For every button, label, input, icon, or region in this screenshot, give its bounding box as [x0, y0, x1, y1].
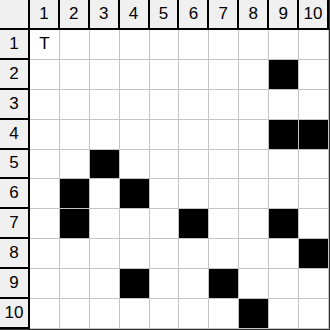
blocked-cell-r7c9[interactable] [269, 209, 299, 239]
blocked-cell-r5c3[interactable] [90, 150, 120, 180]
col-header-7: 7 [209, 0, 239, 30]
cell-r6c8[interactable] [239, 179, 269, 209]
cell-r2c2[interactable] [60, 60, 90, 90]
cell-r9c2[interactable] [60, 269, 90, 299]
cell-r5c10[interactable] [299, 150, 329, 180]
cell-r9c1[interactable] [30, 269, 60, 299]
cell-r10c5[interactable] [150, 299, 180, 329]
blocked-cell-r10c8[interactable] [239, 299, 269, 329]
row-header-1: 1 [0, 30, 30, 60]
cell-r6c10[interactable] [299, 179, 329, 209]
cell-r1c2[interactable] [60, 30, 90, 60]
cell-r1c9[interactable] [269, 30, 299, 60]
corner-cell [0, 0, 30, 30]
cell-r5c1[interactable] [30, 150, 60, 180]
blocked-cell-r7c6[interactable] [179, 209, 209, 239]
cell-r9c8[interactable] [239, 269, 269, 299]
cell-r8c4[interactable] [120, 239, 150, 269]
row-header-10: 10 [0, 299, 30, 329]
marker-cell-r1c1[interactable]: T [30, 30, 60, 60]
cell-r8c5[interactable] [150, 239, 180, 269]
cell-r10c9[interactable] [269, 299, 299, 329]
cell-r9c3[interactable] [90, 269, 120, 299]
cell-r1c3[interactable] [90, 30, 120, 60]
cell-r10c10[interactable] [299, 299, 329, 329]
cell-r3c7[interactable] [209, 90, 239, 120]
row-header-7: 7 [0, 209, 30, 239]
cell-r8c7[interactable] [209, 239, 239, 269]
cell-r2c6[interactable] [179, 60, 209, 90]
cell-r3c9[interactable] [269, 90, 299, 120]
cell-r9c10[interactable] [299, 269, 329, 299]
col-header-3: 3 [90, 0, 120, 30]
cell-r5c4[interactable] [120, 150, 150, 180]
cell-r3c3[interactable] [90, 90, 120, 120]
cell-r4c4[interactable] [120, 120, 150, 150]
cell-r5c2[interactable] [60, 150, 90, 180]
cell-r7c1[interactable] [30, 209, 60, 239]
cell-r1c8[interactable] [239, 30, 269, 60]
cell-r2c3[interactable] [90, 60, 120, 90]
cell-r2c10[interactable] [299, 60, 329, 90]
cell-r4c8[interactable] [239, 120, 269, 150]
col-header-2: 2 [60, 0, 90, 30]
cell-r5c8[interactable] [239, 150, 269, 180]
cell-r10c7[interactable] [209, 299, 239, 329]
cell-r8c1[interactable] [30, 239, 60, 269]
col-header-9: 9 [269, 0, 299, 30]
cell-r1c6[interactable] [179, 30, 209, 60]
cell-r3c5[interactable] [150, 90, 180, 120]
cell-r2c7[interactable] [209, 60, 239, 90]
cell-r1c5[interactable] [150, 30, 180, 60]
cell-r2c8[interactable] [239, 60, 269, 90]
puzzle-board: 123456789101T2345678910 [0, 0, 330, 330]
cell-r9c6[interactable] [179, 269, 209, 299]
row-header-9: 9 [0, 269, 30, 299]
cell-r4c3[interactable] [90, 120, 120, 150]
col-header-1: 1 [30, 0, 60, 30]
cell-r1c4[interactable] [120, 30, 150, 60]
blocked-cell-r2c9[interactable] [269, 60, 299, 90]
cell-r8c3[interactable] [90, 239, 120, 269]
cell-r6c6[interactable] [179, 179, 209, 209]
cell-r8c9[interactable] [269, 239, 299, 269]
col-header-8: 8 [239, 0, 269, 30]
cell-r4c7[interactable] [209, 120, 239, 150]
cell-r9c5[interactable] [150, 269, 180, 299]
row-header-6: 6 [0, 179, 30, 209]
blocked-cell-r4c10[interactable] [299, 120, 329, 150]
cell-r8c6[interactable] [179, 239, 209, 269]
cell-r8c8[interactable] [239, 239, 269, 269]
cell-r6c1[interactable] [30, 179, 60, 209]
col-header-10: 10 [299, 0, 329, 30]
cell-r1c10[interactable] [299, 30, 329, 60]
row-header-3: 3 [0, 90, 30, 120]
row-header-2: 2 [0, 60, 30, 90]
cell-r2c5[interactable] [150, 60, 180, 90]
col-header-4: 4 [120, 0, 150, 30]
cell-r7c5[interactable] [150, 209, 180, 239]
cell-r5c9[interactable] [269, 150, 299, 180]
cell-r9c9[interactable] [269, 269, 299, 299]
cell-r3c4[interactable] [120, 90, 150, 120]
blocked-cell-r6c2[interactable] [60, 179, 90, 209]
cell-r3c10[interactable] [299, 90, 329, 120]
cell-r4c5[interactable] [150, 120, 180, 150]
cell-r7c3[interactable] [90, 209, 120, 239]
cell-r3c8[interactable] [239, 90, 269, 120]
blocked-cell-r9c7[interactable] [209, 269, 239, 299]
cell-r6c9[interactable] [269, 179, 299, 209]
blocked-cell-r6c4[interactable] [120, 179, 150, 209]
cell-r10c3[interactable] [90, 299, 120, 329]
cell-r4c1[interactable] [30, 120, 60, 150]
cell-r7c4[interactable] [120, 209, 150, 239]
cell-r8c2[interactable] [60, 239, 90, 269]
cell-r10c6[interactable] [179, 299, 209, 329]
cell-r3c6[interactable] [179, 90, 209, 120]
col-header-5: 5 [150, 0, 180, 30]
row-header-4: 4 [0, 120, 30, 150]
cell-r3c1[interactable] [30, 90, 60, 120]
cell-r4c2[interactable] [60, 120, 90, 150]
cell-r6c3[interactable] [90, 179, 120, 209]
cell-r5c6[interactable] [179, 150, 209, 180]
cell-r6c5[interactable] [150, 179, 180, 209]
row-header-8: 8 [0, 239, 30, 269]
blocked-cell-r4c9[interactable] [269, 120, 299, 150]
cell-r6c7[interactable] [209, 179, 239, 209]
cell-r7c10[interactable] [299, 209, 329, 239]
cell-r10c1[interactable] [30, 299, 60, 329]
cell-r5c7[interactable] [209, 150, 239, 180]
blocked-cell-r8c10[interactable] [299, 239, 329, 269]
cell-r10c4[interactable] [120, 299, 150, 329]
cell-r2c1[interactable] [30, 60, 60, 90]
cell-r7c8[interactable] [239, 209, 269, 239]
cell-r7c7[interactable] [209, 209, 239, 239]
cell-r2c4[interactable] [120, 60, 150, 90]
row-header-5: 5 [0, 150, 30, 180]
cell-r3c2[interactable] [60, 90, 90, 120]
cell-r5c5[interactable] [150, 150, 180, 180]
col-header-6: 6 [179, 0, 209, 30]
cell-r10c2[interactable] [60, 299, 90, 329]
blocked-cell-r9c4[interactable] [120, 269, 150, 299]
blocked-cell-r7c2[interactable] [60, 209, 90, 239]
cell-r1c7[interactable] [209, 30, 239, 60]
cell-r4c6[interactable] [179, 120, 209, 150]
